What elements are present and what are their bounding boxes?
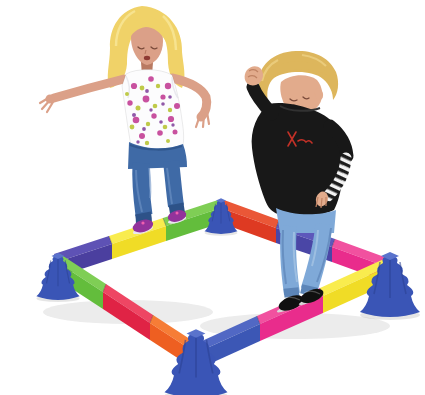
boy: [245, 51, 352, 314]
polka-dot: [148, 76, 154, 82]
polka-dot: [161, 102, 165, 106]
polka-dot: [156, 84, 160, 88]
polka-dot: [142, 127, 146, 131]
polka-dot: [165, 83, 171, 89]
polka-dot: [136, 140, 139, 143]
polka-dot: [174, 103, 180, 109]
polka-dot: [145, 141, 149, 145]
balance-beam-square: [36, 198, 420, 395]
polka-dot: [171, 123, 174, 126]
polka-dot: [146, 122, 150, 126]
girl-right-arm: [54, 79, 124, 98]
boy-right-leg: [288, 226, 292, 294]
girl-right-shoe-lace: [176, 212, 179, 215]
polka-dot: [159, 120, 163, 124]
polka-dot: [173, 130, 178, 135]
polka-dot: [139, 133, 145, 139]
girl: [40, 6, 209, 236]
girl-top: [122, 70, 184, 151]
boy-right-cuff: [291, 288, 292, 297]
photo-canvas: [0, 0, 425, 395]
polka-dot: [151, 113, 156, 118]
polka-dot: [166, 139, 170, 143]
polka-dot: [133, 117, 140, 124]
polka-dot: [130, 125, 135, 130]
polka-dot: [149, 108, 152, 111]
polka-dot: [157, 130, 163, 136]
polka-dot: [131, 83, 137, 89]
polka-dot: [127, 100, 132, 105]
polka-dot: [153, 104, 158, 109]
polka-dot: [160, 94, 165, 99]
polka-dot: [168, 108, 172, 112]
polka-dot: [140, 86, 145, 91]
polka-dot: [145, 89, 149, 93]
polka-dot: [125, 92, 129, 96]
girl-left-shoe-lace: [141, 221, 144, 224]
scene-illustration: [0, 0, 425, 395]
polka-dot: [163, 125, 168, 130]
polka-dot: [132, 113, 136, 117]
girl-mouth-open: [144, 56, 150, 60]
polka-dot: [143, 96, 150, 103]
polka-dot: [168, 116, 174, 122]
polka-dot: [136, 106, 141, 111]
polka-dot: [168, 95, 172, 99]
